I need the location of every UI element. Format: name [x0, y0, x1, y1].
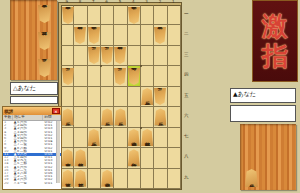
square-7六[interactable] — [88, 107, 101, 127]
square-2一[interactable] — [154, 5, 167, 25]
gote-2e-piece[interactable]: 歩兵 — [154, 88, 166, 105]
sente-hand-piece[interactable]: 歩兵 — [245, 169, 258, 187]
square-3九[interactable] — [141, 169, 154, 189]
square-5七[interactable] — [114, 128, 127, 148]
square-1七[interactable] — [168, 128, 181, 148]
square-3二[interactable] — [141, 25, 154, 45]
square-7五[interactable] — [88, 87, 101, 107]
square-8四[interactable] — [74, 66, 87, 86]
square-8一[interactable] — [74, 5, 87, 25]
file-label-7: 7 — [87, 0, 100, 4]
sente-3e-piece[interactable]: 歩兵 — [141, 88, 153, 105]
kifu-window[interactable]: 棋譜 × 手数 指し手 時間 1▲５六歩0:022△３四歩0:013▲２六歩0:… — [2, 106, 62, 190]
square-7九[interactable] — [88, 169, 101, 189]
square-5六[interactable]: 歩兵 — [114, 107, 127, 127]
square-4九[interactable] — [128, 169, 141, 189]
gote-hand-piece[interactable]: 歩兵 — [38, 59, 51, 77]
kifu-titlebar[interactable]: 棋譜 × — [3, 107, 61, 115]
square-6一[interactable] — [101, 5, 114, 25]
gekisashi-shogi-app: { "game": "shogi", "app": {"logo_text": … — [0, 0, 300, 193]
gote-4a-piece[interactable]: 金将 — [128, 7, 140, 24]
square-2四[interactable] — [154, 66, 167, 86]
kifu-col-time: 時間 — [43, 115, 61, 120]
square-6九[interactable]: 金将 — [101, 169, 114, 189]
square-2三[interactable] — [154, 46, 167, 66]
gote-player-name: △あなた — [10, 82, 58, 95]
square-5五[interactable] — [114, 87, 127, 107]
kifu-title-text: 棋譜 — [4, 109, 52, 114]
square-4一[interactable]: 金将 — [128, 5, 141, 25]
square-8二[interactable]: 銀将 — [74, 25, 87, 45]
logo-kanji-geki: 激 — [262, 11, 288, 41]
rank-label-6: 六 — [184, 106, 189, 126]
square-2七[interactable] — [154, 128, 167, 148]
square-3三[interactable] — [141, 46, 154, 66]
square-9三[interactable] — [61, 46, 74, 66]
square-4四[interactable]: 角行 — [128, 66, 141, 86]
logo-kanji-sashi: 指 — [262, 41, 288, 71]
sente-info-box — [230, 105, 296, 122]
sente-2f-piece[interactable]: 歩兵 — [154, 108, 166, 125]
sente-4g-piece[interactable]: 金将 — [128, 129, 140, 146]
square-4三[interactable] — [128, 46, 141, 66]
square-1四[interactable] — [168, 66, 181, 86]
square-8六[interactable] — [74, 107, 87, 127]
square-7四[interactable] — [88, 66, 101, 86]
square-4二[interactable] — [128, 25, 141, 45]
square-5九[interactable] — [114, 169, 127, 189]
square-5四[interactable]: 歩兵 — [114, 66, 127, 86]
rank-label-8: 八 — [184, 147, 189, 167]
sente-9i-piece[interactable]: 玉将 — [62, 170, 74, 187]
kifu-scrollbar[interactable] — [56, 121, 60, 183]
square-4七[interactable]: 金将 — [128, 128, 141, 148]
gote-9d-piece[interactable]: 歩兵 — [62, 68, 74, 85]
gekisashi-logo: 激 指 — [252, 0, 298, 82]
square-2二[interactable]: 玉将 — [154, 25, 167, 45]
kifu-cell: 20 — [3, 182, 13, 184]
kifu-row-20[interactable]: 20△４一金0:01 — [3, 182, 61, 184]
square-4六[interactable] — [128, 107, 141, 127]
square-3六[interactable] — [141, 107, 154, 127]
square-6二[interactable] — [101, 25, 114, 45]
square-1三[interactable] — [168, 46, 181, 66]
hoshi-dot — [140, 127, 142, 129]
square-9九[interactable]: 玉将 — [61, 169, 74, 189]
gote-5c-piece[interactable]: 銀将 — [114, 47, 126, 64]
file-label-4: 4 — [127, 0, 140, 4]
square-4八[interactable]: 角行 — [128, 148, 141, 168]
gote-info-box — [10, 96, 58, 104]
square-8九[interactable]: 桂馬 — [74, 169, 87, 189]
gote-5d-piece[interactable]: 歩兵 — [114, 68, 126, 85]
square-6三[interactable]: 歩兵 — [101, 46, 114, 66]
rank-label-2: 二 — [184, 24, 189, 44]
square-9一[interactable]: 香車 — [61, 5, 74, 25]
square-7八[interactable] — [88, 148, 101, 168]
sente-6f-piece[interactable]: 歩兵 — [101, 108, 113, 125]
sente-4h-piece[interactable]: 角行 — [128, 149, 140, 166]
square-9二[interactable] — [61, 25, 74, 45]
square-2九[interactable] — [154, 169, 167, 189]
square-1一[interactable] — [168, 5, 181, 25]
kifu-col-move: 指し手 — [13, 115, 43, 120]
square-1九[interactable] — [168, 169, 181, 189]
square-7一[interactable] — [88, 5, 101, 25]
close-icon[interactable]: × — [52, 108, 60, 114]
gote-6c-piece[interactable]: 歩兵 — [101, 47, 113, 64]
square-1八[interactable] — [168, 148, 181, 168]
sente-5f-piece[interactable]: 歩兵 — [114, 108, 126, 125]
gote-7c-piece[interactable]: 歩兵 — [88, 47, 100, 64]
square-8三[interactable] — [74, 46, 87, 66]
square-6八[interactable] — [101, 148, 114, 168]
file-label-1: 1 — [167, 0, 180, 4]
square-1六[interactable] — [168, 107, 181, 127]
sente-8h-piece[interactable]: 銀将 — [74, 149, 86, 166]
sente-3g-piece[interactable]: 銀将 — [141, 129, 153, 146]
gote-9a-piece[interactable]: 香車 — [62, 7, 74, 24]
square-5八[interactable] — [114, 148, 127, 168]
square-5三[interactable]: 銀将 — [114, 46, 127, 66]
kifu-col-number: 手数 — [3, 115, 13, 120]
board-grid[interactable]: 香車金将銀将金将玉将歩兵歩兵銀将歩兵歩兵角行歩兵歩兵歩兵歩兵歩兵歩兵歩兵金将銀将… — [61, 5, 181, 189]
gote-captured-pieces-tray[interactable]: 香車桂馬歩兵 — [10, 0, 57, 80]
square-2五[interactable]: 歩兵 — [154, 87, 167, 107]
square-3四[interactable] — [141, 66, 154, 86]
kifu-move-list[interactable]: 1▲５六歩0:022△３四歩0:013▲２六歩0:034△４四歩0:015▲９六… — [3, 121, 61, 184]
square-9七[interactable] — [61, 128, 74, 148]
square-1五[interactable] — [168, 87, 181, 107]
sente-9f-piece[interactable]: 歩兵 — [62, 108, 74, 125]
square-8七[interactable] — [74, 128, 87, 148]
square-9八[interactable]: 香車 — [61, 148, 74, 168]
square-6五[interactable] — [101, 87, 114, 107]
gote-7b-piece[interactable]: 金将 — [88, 27, 100, 44]
sente-7g-piece[interactable]: 歩兵 — [88, 129, 100, 146]
rank-label-9: 九 — [184, 168, 189, 188]
file-label-3: 3 — [140, 0, 153, 4]
square-9四[interactable]: 歩兵 — [61, 66, 74, 86]
rank-label-5: 五 — [184, 86, 189, 106]
rank-label-7: 七 — [184, 127, 189, 147]
gote-2b-piece[interactable]: 玉将 — [154, 27, 166, 44]
square-6四[interactable] — [101, 66, 114, 86]
sente-captured-pieces-tray[interactable]: 歩兵 — [240, 124, 296, 190]
sente-player-name: ▲あなた — [230, 88, 296, 103]
square-2六[interactable]: 歩兵 — [154, 107, 167, 127]
square-3七[interactable]: 銀将 — [141, 128, 154, 148]
square-2八[interactable] — [154, 148, 167, 168]
gote-8b-piece[interactable]: 銀将 — [74, 27, 86, 44]
file-label-5: 5 — [113, 0, 126, 4]
square-5一[interactable] — [114, 5, 127, 25]
square-3一[interactable] — [141, 5, 154, 25]
square-4五[interactable] — [128, 87, 141, 107]
square-1二[interactable] — [168, 25, 181, 45]
square-3八[interactable] — [141, 148, 154, 168]
kifu-cell: △４一金 — [13, 182, 44, 184]
square-6六[interactable]: 歩兵 — [101, 107, 114, 127]
rank-label-1: 一 — [184, 4, 189, 24]
rank-label-4: 四 — [184, 65, 189, 85]
sente-9h-piece[interactable]: 香車 — [62, 149, 74, 166]
file-label-2: 2 — [153, 0, 166, 4]
file-label-6: 6 — [100, 0, 113, 4]
gote-4d-piece[interactable]: 角行 — [128, 68, 140, 85]
square-6七[interactable] — [101, 128, 114, 148]
square-5二[interactable] — [114, 25, 127, 45]
rank-label-3: 三 — [184, 45, 189, 65]
square-8八[interactable]: 銀将 — [74, 148, 87, 168]
shogi-board[interactable]: 香車金将銀将金将玉将歩兵歩兵銀将歩兵歩兵角行歩兵歩兵歩兵歩兵歩兵歩兵歩兵金将銀将… — [58, 2, 182, 190]
square-9六[interactable]: 歩兵 — [61, 107, 74, 127]
square-8五[interactable] — [74, 87, 87, 107]
square-7二[interactable]: 金将 — [88, 25, 101, 45]
sente-8i-piece[interactable]: 桂馬 — [74, 170, 86, 187]
square-7三[interactable]: 歩兵 — [88, 46, 101, 66]
file-label-9: 9 — [60, 0, 73, 4]
square-3五[interactable]: 歩兵 — [141, 87, 154, 107]
gote-hand-piece[interactable]: 香車 — [38, 5, 51, 23]
file-label-8: 8 — [73, 0, 86, 4]
hoshi-dot — [100, 127, 102, 129]
gote-hand-piece[interactable]: 桂馬 — [38, 32, 51, 50]
square-7七[interactable]: 歩兵 — [88, 128, 101, 148]
sente-6i-piece[interactable]: 金将 — [101, 170, 113, 187]
square-9五[interactable] — [61, 87, 74, 107]
